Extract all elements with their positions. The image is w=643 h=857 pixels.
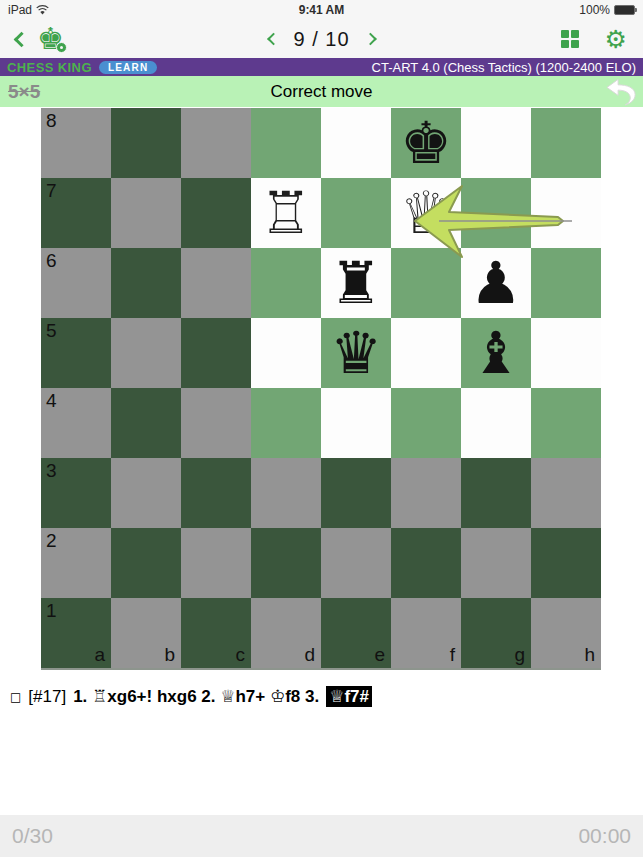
square-h2[interactable] [531,528,601,598]
square-g3[interactable] [461,458,531,528]
pager-count: 9 / 10 [293,28,349,51]
file-label: a [94,644,105,666]
chess-king-wordmark[interactable]: CHESS KING [7,60,92,75]
rank-label: 7 [46,180,57,202]
square-g1[interactable]: g [461,598,531,668]
side-to-move-icon: □ [10,690,21,704]
piece-bB[interactable]: ♝ [461,318,531,388]
clock: 9:41 AM [217,3,426,17]
square-c5[interactable] [181,318,251,388]
prev-puzzle-icon[interactable] [267,33,280,46]
square-a5[interactable]: 5 [41,318,111,388]
rank-label: 6 [46,250,57,272]
file-label: b [164,644,175,666]
progress-counter: 0/30 [12,824,53,848]
square-b2[interactable] [111,528,181,598]
square-c8[interactable] [181,108,251,178]
elapsed-timer: 00:00 [578,824,631,848]
battery-percent: 100% [579,3,610,17]
square-e4[interactable] [321,388,391,458]
solution-line: □ [#17] 1. ♖xg6+! hxg6 2. ♕h7+ ♔f8 3. ♕f… [10,686,643,707]
square-e3[interactable] [321,458,391,528]
back-chevron-icon[interactable] [14,31,30,47]
rank-label: 8 [46,110,57,132]
brand-banner: CHESS KING LEARN CT-ART 4.0 (Chess Tacti… [0,58,643,76]
square-f8[interactable]: ♚ [391,108,461,178]
square-g2[interactable] [461,528,531,598]
file-label: e [374,644,385,666]
file-label: c [236,644,246,666]
square-e6[interactable]: ♜ [321,248,391,318]
square-h4[interactable] [531,388,601,458]
square-a4[interactable]: 4 [41,388,111,458]
puzzle-pager: 9 / 10 [268,28,374,51]
square-b1[interactable]: b [111,598,181,668]
square-e1[interactable]: e [321,598,391,668]
file-label: d [304,644,315,666]
rank-label: 4 [46,390,57,412]
square-g6[interactable]: ♟ [461,248,531,318]
chess-board: 8♚7♖♕6♜♟5♛♝4321abcdefgh [41,108,601,670]
piece-wR[interactable]: ♖ [251,178,321,248]
square-f3[interactable] [391,458,461,528]
square-a1[interactable]: 1a [41,598,111,668]
piece-bR[interactable]: ♜ [321,248,391,318]
square-f4[interactable] [391,388,461,458]
square-c4[interactable] [181,388,251,458]
device-label: iPad [8,3,32,17]
square-d5[interactable] [251,318,321,388]
square-h3[interactable] [531,458,601,528]
square-f6[interactable] [391,248,461,318]
piece-wQ[interactable]: ♕ [391,178,461,248]
square-c7[interactable] [181,178,251,248]
square-h6[interactable] [531,248,601,318]
square-a6[interactable]: 6 [41,248,111,318]
square-b3[interactable] [111,458,181,528]
undo-move-icon[interactable] [604,77,638,106]
piece-bK[interactable]: ♚ [391,108,461,178]
square-f5[interactable] [391,318,461,388]
square-c6[interactable] [181,248,251,318]
course-title: CT-ART 4.0 (Chess Tactics) (1200-2400 EL… [372,60,636,75]
current-move-chip[interactable]: ♕f7# [326,686,372,707]
square-e7[interactable] [321,178,391,248]
board-size-toggle[interactable]: 5×5 [8,81,40,103]
square-g4[interactable] [461,388,531,458]
square-b7[interactable] [111,178,181,248]
learn-badge[interactable]: LEARN [99,61,157,74]
problem-number: [#17] [28,687,66,707]
square-f2[interactable] [391,528,461,598]
square-h5[interactable] [531,318,601,388]
rank-label: 1 [46,600,57,622]
puzzle-grid-icon[interactable] [561,30,579,48]
file-label: g [514,644,525,666]
square-f1[interactable]: f [391,598,461,668]
square-g7[interactable] [461,178,531,248]
nav-bar: ♚ 9 / 10 ⚙ [0,20,643,58]
square-h1[interactable]: h [531,598,601,668]
square-d4[interactable] [251,388,321,458]
square-c3[interactable] [181,458,251,528]
square-a7[interactable]: 7 [41,178,111,248]
piece-bP[interactable]: ♟ [461,248,531,318]
chess-king-logo-icon[interactable]: ♚ [37,24,64,54]
square-d7[interactable]: ♖ [251,178,321,248]
square-b5[interactable] [111,318,181,388]
piece-bQ[interactable]: ♛ [321,318,391,388]
square-d3[interactable] [251,458,321,528]
square-a8[interactable]: 8 [41,108,111,178]
square-d2[interactable] [251,528,321,598]
square-b8[interactable] [111,108,181,178]
square-g8[interactable] [461,108,531,178]
move-status-message: Correct move [270,82,372,102]
wifi-icon [36,5,49,15]
square-d1[interactable]: d [251,598,321,668]
app-screen: iPad 9:41 AM 100% ♚ 9 / 10 ⚙ [0,0,643,857]
square-a2[interactable]: 2 [41,528,111,598]
rank-label: 2 [46,530,57,552]
square-f7[interactable]: ♕ [391,178,461,248]
square-d6[interactable] [251,248,321,318]
settings-gear-icon[interactable]: ⚙ [605,27,627,52]
square-b6[interactable] [111,248,181,318]
file-label: f [450,644,455,666]
battery-icon [614,5,635,15]
square-e8[interactable] [321,108,391,178]
rank-label: 5 [46,320,57,342]
square-b4[interactable] [111,388,181,458]
square-c1[interactable]: c [181,598,251,668]
square-g5[interactable]: ♝ [461,318,531,388]
feedback-toolbar: 5×5 Correct move [0,76,643,107]
square-d8[interactable] [251,108,321,178]
square-a3[interactable]: 3 [41,458,111,528]
rank-label: 3 [46,460,57,482]
square-h7[interactable] [531,178,601,248]
footer-bar: 0/30 00:00 [0,815,643,857]
square-c2[interactable] [181,528,251,598]
next-puzzle-icon[interactable] [364,33,377,46]
square-e5[interactable]: ♛ [321,318,391,388]
square-e2[interactable] [321,528,391,598]
moves-notation[interactable]: 1. ♖xg6+! hxg6 2. ♕h7+ ♔f8 3. [73,686,319,707]
square-h8[interactable] [531,108,601,178]
file-label: h [584,644,595,666]
status-bar: iPad 9:41 AM 100% [0,0,643,20]
